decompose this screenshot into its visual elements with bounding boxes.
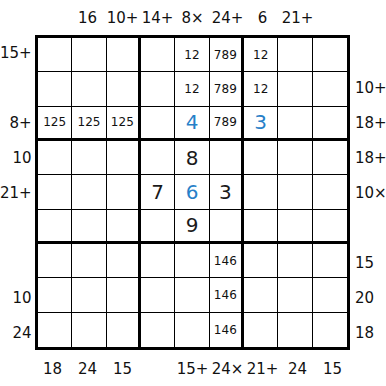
- cell-r3c1[interactable]: 125: [38, 107, 72, 141]
- candidates-r3c6: 789: [214, 116, 237, 128]
- cell-r4c7[interactable]: [244, 141, 278, 175]
- left-clue-row4: 10: [0, 140, 37, 175]
- bottom-clue-col6: 24×: [210, 350, 245, 386]
- bottom-clue-col8: 24: [280, 350, 315, 386]
- candidates-r2c6: 789: [214, 83, 237, 95]
- cell-r9c5[interactable]: [175, 313, 209, 347]
- right-clue-row4: 18+: [350, 140, 386, 175]
- cell-r8c4[interactable]: [141, 278, 175, 312]
- top-clue-col1: [35, 0, 70, 35]
- cell-r1c8[interactable]: [278, 38, 312, 72]
- right-clue-row5: 10×: [350, 175, 386, 210]
- bottom-clue-col9: 15: [315, 350, 350, 386]
- cell-r2c5[interactable]: 12: [175, 72, 209, 106]
- candidates-r2c7: 12: [253, 83, 268, 95]
- cell-r8c5[interactable]: [175, 278, 209, 312]
- cell-r5c6[interactable]: 3: [210, 175, 244, 209]
- right-clue-row2: 10+: [350, 70, 386, 105]
- top-clue-col9: [315, 0, 350, 35]
- cell-r3c7[interactable]: 3: [244, 107, 278, 141]
- cell-r4c6[interactable]: [210, 141, 244, 175]
- digit-r5c5: 6: [186, 182, 199, 202]
- cell-r8c9[interactable]: [313, 278, 347, 312]
- cell-r2c3[interactable]: [107, 72, 141, 106]
- cell-r2c8[interactable]: [278, 72, 312, 106]
- bottom-clue-col5: 15+: [175, 350, 210, 386]
- cell-r8c1[interactable]: [38, 278, 72, 312]
- bottom-clue-col2: 24: [70, 350, 105, 386]
- cell-r8c8[interactable]: [278, 278, 312, 312]
- cell-r3c5[interactable]: 4: [175, 107, 209, 141]
- cell-r6c2[interactable]: [72, 210, 106, 244]
- bottom-clues: 18241515+24×21+2415: [35, 350, 350, 386]
- cell-r6c4[interactable]: [141, 210, 175, 244]
- cell-r9c3[interactable]: [107, 313, 141, 347]
- bottom-clue-col3: 15: [105, 350, 140, 386]
- left-clue-row8: 10: [0, 280, 37, 315]
- cell-r7c7[interactable]: [244, 244, 278, 278]
- digit-r3c5: 4: [186, 112, 199, 132]
- cell-r4c2[interactable]: [72, 141, 106, 175]
- puzzle-window: 1610+14+8×24+621+ 15+8+1021+1024 10+18+1…: [0, 0, 386, 386]
- cell-r8c3[interactable]: [107, 278, 141, 312]
- digit-r4c5: 8: [186, 148, 199, 168]
- cell-r2c1[interactable]: [38, 72, 72, 106]
- cell-r9c2[interactable]: [72, 313, 106, 347]
- candidates-r1c6: 789: [214, 49, 237, 61]
- cell-r7c3[interactable]: [107, 244, 141, 278]
- cell-r5c7[interactable]: [244, 175, 278, 209]
- cell-r7c5[interactable]: [175, 244, 209, 278]
- top-clue-col2: 16: [70, 0, 105, 35]
- left-clue-row7: [0, 245, 37, 280]
- top-clue-col7: 6: [245, 0, 280, 35]
- cell-r3c8[interactable]: [278, 107, 312, 141]
- bottom-clue-col7: 21+: [245, 350, 280, 386]
- cell-r6c3[interactable]: [107, 210, 141, 244]
- cell-r5c5[interactable]: 6: [175, 175, 209, 209]
- right-clue-row1: [350, 35, 386, 70]
- cell-r9c6[interactable]: 146: [210, 313, 244, 347]
- bottom-clue-col4: [140, 350, 175, 386]
- cell-r6c6[interactable]: [210, 210, 244, 244]
- candidates-r8c6: 146: [214, 289, 237, 301]
- cell-r1c2[interactable]: [72, 38, 106, 72]
- right-clue-row9: 18: [350, 315, 386, 350]
- candidates-r1c5: 12: [184, 49, 199, 61]
- digit-r6c5: 9: [186, 215, 199, 235]
- cell-r1c1[interactable]: [38, 38, 72, 72]
- cell-r1c7[interactable]: 12: [244, 38, 278, 72]
- cell-r1c5[interactable]: 12: [175, 38, 209, 72]
- digit-r5c6: 3: [219, 182, 232, 202]
- cell-r4c8[interactable]: [278, 141, 312, 175]
- cell-r3c9[interactable]: [313, 107, 347, 141]
- cell-r1c3[interactable]: [107, 38, 141, 72]
- cell-r8c6[interactable]: 146: [210, 278, 244, 312]
- cell-r4c3[interactable]: [107, 141, 141, 175]
- left-clue-row9: 24: [0, 315, 37, 350]
- cell-r6c5[interactable]: 9: [175, 210, 209, 244]
- cell-r9c7[interactable]: [244, 313, 278, 347]
- right-clue-row8: 20: [350, 280, 386, 315]
- cell-r3c2[interactable]: 125: [72, 107, 106, 141]
- cell-r2c9[interactable]: [313, 72, 347, 106]
- cell-r3c6[interactable]: 789: [210, 107, 244, 141]
- cell-r6c9[interactable]: [313, 210, 347, 244]
- left-clue-row5: 21+: [0, 175, 37, 210]
- left-clue-row3: 8+: [0, 105, 37, 140]
- cell-r5c4[interactable]: 7: [141, 175, 175, 209]
- cell-r9c1[interactable]: [38, 313, 72, 347]
- cell-r2c2[interactable]: [72, 72, 106, 106]
- cell-r3c3[interactable]: 125: [107, 107, 141, 141]
- top-clue-col3: 10+: [105, 0, 140, 35]
- top-clues: 1610+14+8×24+621+: [35, 0, 350, 35]
- digit-r5c4: 7: [151, 182, 164, 202]
- digit-r3c7: 3: [254, 112, 267, 132]
- cell-r7c6[interactable]: 146: [210, 244, 244, 278]
- top-clue-col5: 8×: [175, 0, 210, 35]
- left-clue-row6: [0, 210, 37, 245]
- candidates-r3c2: 125: [78, 116, 101, 128]
- cell-r6c8[interactable]: [278, 210, 312, 244]
- cell-r5c9[interactable]: [313, 175, 347, 209]
- candidates-r1c7: 12: [253, 49, 268, 61]
- cell-r4c1[interactable]: [38, 141, 72, 175]
- cell-r2c6[interactable]: 789: [210, 72, 244, 106]
- cell-r5c8[interactable]: [278, 175, 312, 209]
- candidates-r3c3: 125: [111, 116, 134, 128]
- cell-r4c5[interactable]: 8: [175, 141, 209, 175]
- left-clue-row1: 15+: [0, 35, 37, 70]
- cell-r7c9[interactable]: [313, 244, 347, 278]
- cell-r7c1[interactable]: [38, 244, 72, 278]
- cell-r2c7[interactable]: 12: [244, 72, 278, 106]
- cell-r2c4[interactable]: [141, 72, 175, 106]
- candidates-r7c6: 146: [214, 255, 237, 267]
- right-clue-row7: 15: [350, 245, 386, 280]
- cell-r1c4[interactable]: [141, 38, 175, 72]
- cell-r7c2[interactable]: [72, 244, 106, 278]
- left-clues: 15+8+1021+1024: [0, 35, 35, 350]
- cell-r5c3[interactable]: [107, 175, 141, 209]
- cell-r8c7[interactable]: [244, 278, 278, 312]
- right-clues: 10+18+18+10×152018: [350, 35, 386, 350]
- cell-r7c8[interactable]: [278, 244, 312, 278]
- cell-r8c2[interactable]: [72, 278, 106, 312]
- board: 1278912127891212512512547893876391461461…: [35, 35, 350, 350]
- candidates-r9c6: 146: [214, 324, 237, 336]
- top-clue-col8: 21+: [280, 0, 315, 35]
- cell-r9c4[interactable]: [141, 313, 175, 347]
- cell-r4c9[interactable]: [313, 141, 347, 175]
- cell-r6c7[interactable]: [244, 210, 278, 244]
- cell-r1c6[interactable]: 789: [210, 38, 244, 72]
- cell-r9c9[interactable]: [313, 313, 347, 347]
- cell-r3c4[interactable]: [141, 107, 175, 141]
- cell-r9c8[interactable]: [278, 313, 312, 347]
- right-clue-row6: [350, 210, 386, 245]
- top-clue-col4: 14+: [140, 0, 175, 35]
- right-clue-row3: 18+: [350, 105, 386, 140]
- left-clue-row2: [0, 70, 37, 105]
- cell-r6c1[interactable]: [38, 210, 72, 244]
- cell-r1c9[interactable]: [313, 38, 347, 72]
- cell-r4c4[interactable]: [141, 141, 175, 175]
- cell-r7c4[interactable]: [141, 244, 175, 278]
- cell-r5c1[interactable]: [38, 175, 72, 209]
- candidates-r2c5: 12: [184, 83, 199, 95]
- cell-r5c2[interactable]: [72, 175, 106, 209]
- bottom-clue-col1: 18: [35, 350, 70, 386]
- candidates-r3c1: 125: [43, 116, 66, 128]
- top-clue-col6: 24+: [210, 0, 245, 35]
